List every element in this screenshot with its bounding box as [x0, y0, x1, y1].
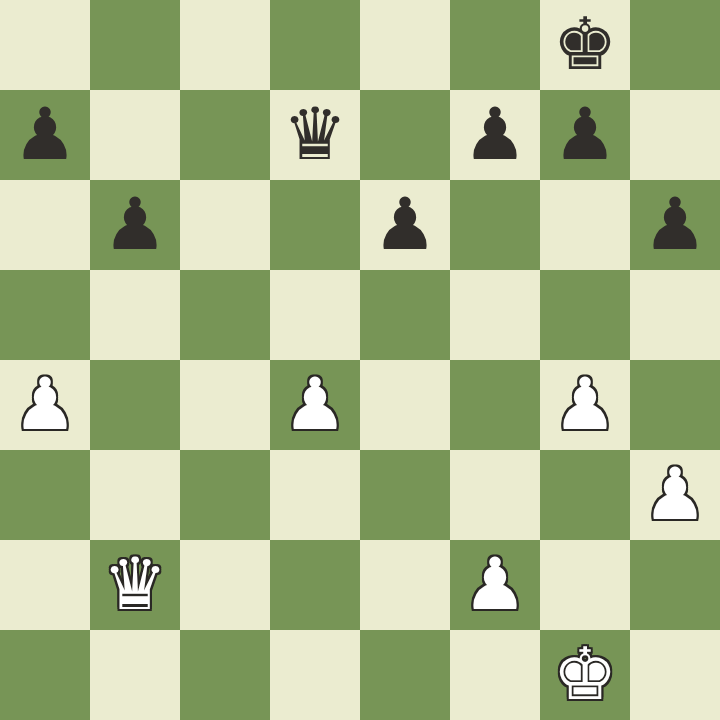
square-a4[interactable]: ♟ [0, 360, 90, 450]
square-c7[interactable] [180, 90, 270, 180]
square-d5[interactable] [270, 270, 360, 360]
square-f8[interactable] [450, 0, 540, 90]
piece-black-pawn[interactable]: ♟ [90, 180, 180, 270]
square-b4[interactable] [90, 360, 180, 450]
square-h7[interactable] [630, 90, 720, 180]
piece-black-pawn[interactable]: ♟ [630, 180, 720, 270]
square-f4[interactable] [450, 360, 540, 450]
square-b5[interactable] [90, 270, 180, 360]
square-f1[interactable] [450, 630, 540, 720]
square-d4[interactable]: ♟ [270, 360, 360, 450]
square-h4[interactable] [630, 360, 720, 450]
piece-white-pawn[interactable]: ♟ [450, 540, 540, 630]
square-h6[interactable]: ♟ [630, 180, 720, 270]
square-e2[interactable] [360, 540, 450, 630]
square-e5[interactable] [360, 270, 450, 360]
piece-white-pawn[interactable]: ♟ [270, 360, 360, 450]
square-e1[interactable] [360, 630, 450, 720]
square-h8[interactable] [630, 0, 720, 90]
square-g5[interactable] [540, 270, 630, 360]
square-a3[interactable] [0, 450, 90, 540]
square-h3[interactable]: ♟ [630, 450, 720, 540]
square-c5[interactable] [180, 270, 270, 360]
piece-white-pawn[interactable]: ♟ [540, 360, 630, 450]
square-f7[interactable]: ♟ [450, 90, 540, 180]
piece-white-king[interactable]: ♚ [540, 630, 630, 720]
square-e8[interactable] [360, 0, 450, 90]
square-h2[interactable] [630, 540, 720, 630]
square-a2[interactable] [0, 540, 90, 630]
square-e6[interactable]: ♟ [360, 180, 450, 270]
square-d8[interactable] [270, 0, 360, 90]
square-g7[interactable]: ♟ [540, 90, 630, 180]
piece-black-pawn[interactable]: ♟ [540, 90, 630, 180]
square-c2[interactable] [180, 540, 270, 630]
square-c4[interactable] [180, 360, 270, 450]
square-b3[interactable] [90, 450, 180, 540]
square-f3[interactable] [450, 450, 540, 540]
square-e4[interactable] [360, 360, 450, 450]
chess-board: ♚♟♛♟♟♟♟♟♟♟♟♟♛♟♚ [0, 0, 720, 720]
square-g8[interactable]: ♚ [540, 0, 630, 90]
square-e7[interactable] [360, 90, 450, 180]
square-a5[interactable] [0, 270, 90, 360]
square-h5[interactable] [630, 270, 720, 360]
square-f6[interactable] [450, 180, 540, 270]
square-b7[interactable] [90, 90, 180, 180]
piece-black-queen[interactable]: ♛ [270, 90, 360, 180]
square-h1[interactable] [630, 630, 720, 720]
square-g1[interactable]: ♚ [540, 630, 630, 720]
square-d6[interactable] [270, 180, 360, 270]
square-a1[interactable] [0, 630, 90, 720]
square-c8[interactable] [180, 0, 270, 90]
square-d7[interactable]: ♛ [270, 90, 360, 180]
square-g4[interactable]: ♟ [540, 360, 630, 450]
piece-black-pawn[interactable]: ♟ [0, 90, 90, 180]
square-b2[interactable]: ♛ [90, 540, 180, 630]
piece-white-queen[interactable]: ♛ [90, 540, 180, 630]
square-b6[interactable]: ♟ [90, 180, 180, 270]
piece-white-pawn[interactable]: ♟ [0, 360, 90, 450]
piece-black-pawn[interactable]: ♟ [450, 90, 540, 180]
square-d2[interactable] [270, 540, 360, 630]
square-d3[interactable] [270, 450, 360, 540]
piece-black-king[interactable]: ♚ [540, 0, 630, 90]
square-g3[interactable] [540, 450, 630, 540]
square-c1[interactable] [180, 630, 270, 720]
piece-white-pawn[interactable]: ♟ [630, 450, 720, 540]
square-f2[interactable]: ♟ [450, 540, 540, 630]
square-b8[interactable] [90, 0, 180, 90]
square-f5[interactable] [450, 270, 540, 360]
square-d1[interactable] [270, 630, 360, 720]
square-g2[interactable] [540, 540, 630, 630]
square-a6[interactable] [0, 180, 90, 270]
piece-black-pawn[interactable]: ♟ [360, 180, 450, 270]
square-e3[interactable] [360, 450, 450, 540]
square-c3[interactable] [180, 450, 270, 540]
square-b1[interactable] [90, 630, 180, 720]
square-a8[interactable] [0, 0, 90, 90]
square-g6[interactable] [540, 180, 630, 270]
square-a7[interactable]: ♟ [0, 90, 90, 180]
square-c6[interactable] [180, 180, 270, 270]
